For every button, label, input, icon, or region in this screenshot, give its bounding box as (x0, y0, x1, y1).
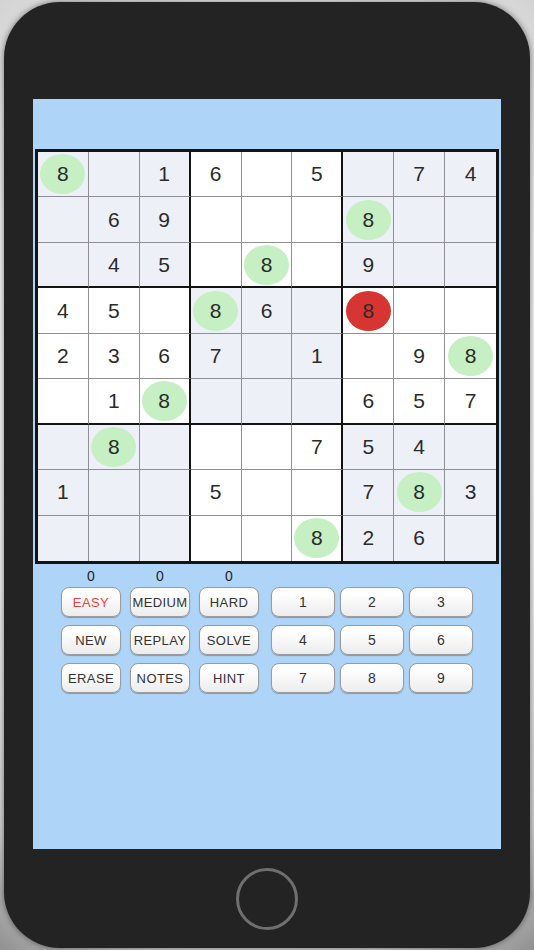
cell-r5c6[interactable]: 1 (292, 334, 343, 379)
cell-r2c5[interactable] (242, 197, 293, 242)
cell-r5c1[interactable]: 2 (38, 334, 89, 379)
counter-medium: 0 (130, 568, 190, 584)
cell-r5c7[interactable] (343, 334, 394, 379)
cell-r5c3[interactable]: 6 (140, 334, 191, 379)
new-button[interactable]: NEW (61, 625, 121, 655)
cell-r9c6[interactable]: 8 (292, 516, 343, 561)
numpad-button-2[interactable]: 2 (340, 587, 404, 617)
green-highlight-circle: 8 (397, 472, 442, 512)
cell-r3c6[interactable] (292, 243, 343, 288)
control-panel: EASYMEDIUMHARD123NEWREPLAYSOLVE456ERASEN… (33, 587, 501, 693)
cell-r2c6[interactable] (292, 197, 343, 242)
panel-row-3: ERASENOTESHINT789 (61, 663, 501, 693)
replay-button[interactable]: REPLAY (130, 625, 190, 655)
numpad-button-3[interactable]: 3 (409, 587, 473, 617)
cell-r6c1[interactable] (38, 379, 89, 424)
panel-row-2: NEWREPLAYSOLVE456 (61, 625, 501, 655)
red-highlight-circle: 8 (346, 291, 391, 331)
sudoku-grid: 8165746984589458682367198186578754157838… (35, 149, 499, 564)
cell-r1c4[interactable]: 6 (191, 152, 242, 197)
cell-r5c8[interactable]: 9 (394, 334, 445, 379)
difficulty-counters: 0 0 0 (61, 568, 501, 584)
green-highlight-circle: 8 (40, 154, 85, 194)
cell-r8c4[interactable]: 5 (191, 470, 242, 515)
counter-easy: 0 (61, 568, 121, 584)
cell-r1c1[interactable]: 8 (38, 152, 89, 197)
cell-r4c2[interactable]: 5 (89, 288, 140, 333)
cell-r3c1[interactable] (38, 243, 89, 288)
cell-r3c5[interactable]: 8 (242, 243, 293, 288)
cell-r8c8[interactable]: 8 (394, 470, 445, 515)
numpad-button-1[interactable]: 1 (271, 587, 335, 617)
cell-r7c1[interactable] (38, 425, 89, 470)
cell-r7c9[interactable] (445, 425, 496, 470)
cell-r8c9[interactable]: 3 (445, 470, 496, 515)
cell-r2c9[interactable] (445, 197, 496, 242)
cell-r7c7[interactable]: 5 (343, 425, 394, 470)
home-button[interactable] (236, 868, 298, 930)
green-highlight-circle: 8 (346, 200, 391, 240)
cell-r1c7[interactable] (343, 152, 394, 197)
green-highlight-circle: 8 (142, 381, 187, 421)
numpad-button-7[interactable]: 7 (271, 663, 335, 693)
cell-r2c4[interactable] (191, 197, 242, 242)
erase-button[interactable]: ERASE (61, 663, 121, 693)
cell-r8c1[interactable]: 1 (38, 470, 89, 515)
cell-r6c9[interactable]: 7 (445, 379, 496, 424)
counter-hard: 0 (199, 568, 259, 584)
cell-r8c6[interactable] (292, 470, 343, 515)
solve-button[interactable]: SOLVE (199, 625, 259, 655)
cell-r6c3[interactable]: 8 (140, 379, 191, 424)
green-highlight-circle: 8 (448, 336, 493, 376)
cell-r7c2[interactable]: 8 (89, 425, 140, 470)
numpad-button-6[interactable]: 6 (409, 625, 473, 655)
cell-r1c8[interactable]: 7 (394, 152, 445, 197)
cell-r8c3[interactable] (140, 470, 191, 515)
cell-r1c2[interactable] (89, 152, 140, 197)
cell-r7c3[interactable] (140, 425, 191, 470)
cell-r9c5[interactable] (242, 516, 293, 561)
cell-r3c2[interactable]: 4 (89, 243, 140, 288)
cell-r4c9[interactable] (445, 288, 496, 333)
numpad-button-5[interactable]: 5 (340, 625, 404, 655)
cell-r4c7[interactable]: 8 (343, 288, 394, 333)
cell-r1c5[interactable] (242, 152, 293, 197)
cell-r5c5[interactable] (242, 334, 293, 379)
cell-r4c6[interactable] (292, 288, 343, 333)
cell-r5c4[interactable]: 7 (191, 334, 242, 379)
cell-r6c8[interactable]: 5 (394, 379, 445, 424)
numpad-button-9[interactable]: 9 (409, 663, 473, 693)
cell-r6c2[interactable]: 1 (89, 379, 140, 424)
green-highlight-circle: 8 (244, 245, 289, 285)
cell-r7c5[interactable] (242, 425, 293, 470)
numpad-button-4[interactable]: 4 (271, 625, 335, 655)
hint-button[interactable]: HINT (199, 663, 259, 693)
cell-r5c9[interactable]: 8 (445, 334, 496, 379)
cell-r9c2[interactable] (89, 516, 140, 561)
cell-r7c8[interactable]: 4 (394, 425, 445, 470)
green-highlight-circle: 8 (91, 427, 136, 467)
notes-button[interactable]: NOTES (130, 663, 190, 693)
phone-frame: 8165746984589458682367198186578754157838… (4, 2, 530, 948)
cell-r4c8[interactable] (394, 288, 445, 333)
cell-r4c4[interactable]: 8 (191, 288, 242, 333)
top-bar (33, 99, 501, 149)
cell-r7c6[interactable]: 7 (292, 425, 343, 470)
cell-r9c1[interactable] (38, 516, 89, 561)
panel-row-1: EASYMEDIUMHARD123 (61, 587, 501, 617)
cell-r6c7[interactable]: 6 (343, 379, 394, 424)
cell-r3c3[interactable]: 5 (140, 243, 191, 288)
cell-r4c1[interactable]: 4 (38, 288, 89, 333)
cell-r2c8[interactable] (394, 197, 445, 242)
cell-r8c2[interactable] (89, 470, 140, 515)
green-highlight-circle: 8 (193, 291, 238, 331)
cell-r5c2[interactable]: 3 (89, 334, 140, 379)
cell-r1c6[interactable]: 5 (292, 152, 343, 197)
easy-button[interactable]: EASY (61, 587, 121, 617)
cell-r4c3[interactable] (140, 288, 191, 333)
cell-r3c4[interactable] (191, 243, 242, 288)
cell-r2c2[interactable]: 6 (89, 197, 140, 242)
cell-r2c7[interactable]: 8 (343, 197, 394, 242)
cell-r3c8[interactable] (394, 243, 445, 288)
cell-r6c4[interactable] (191, 379, 242, 424)
numpad-button-8[interactable]: 8 (340, 663, 404, 693)
cell-r9c4[interactable] (191, 516, 242, 561)
cell-r8c7[interactable]: 7 (343, 470, 394, 515)
medium-button[interactable]: MEDIUM (130, 587, 190, 617)
hard-button[interactable]: HARD (199, 587, 259, 617)
cell-r3c9[interactable] (445, 243, 496, 288)
cell-r6c5[interactable] (242, 379, 293, 424)
cell-r9c8[interactable]: 6 (394, 516, 445, 561)
cell-r8c5[interactable] (242, 470, 293, 515)
app-screen: 8165746984589458682367198186578754157838… (33, 99, 501, 849)
cell-r3c7[interactable]: 9 (343, 243, 394, 288)
cell-r9c7[interactable]: 2 (343, 516, 394, 561)
cell-r9c9[interactable] (445, 516, 496, 561)
cell-r4c5[interactable]: 6 (242, 288, 293, 333)
green-highlight-circle: 8 (294, 518, 339, 558)
cell-r1c9[interactable]: 4 (445, 152, 496, 197)
cell-r9c3[interactable] (140, 516, 191, 561)
cell-r2c3[interactable]: 9 (140, 197, 191, 242)
cell-r7c4[interactable] (191, 425, 242, 470)
cell-r6c6[interactable] (292, 379, 343, 424)
cell-r1c3[interactable]: 1 (140, 152, 191, 197)
cell-r2c1[interactable] (38, 197, 89, 242)
